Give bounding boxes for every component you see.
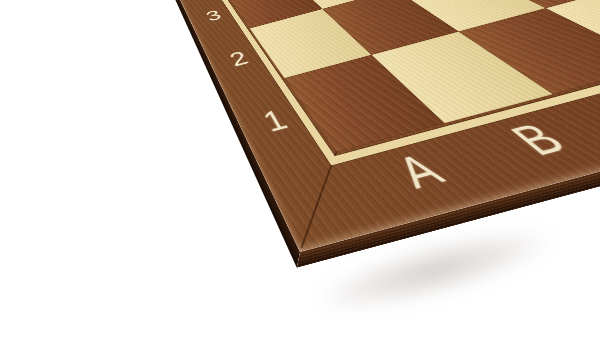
photo-canvas: 12345678ABCDEFGH [0, 0, 600, 360]
board-scene: 12345678ABCDEFGH [0, 0, 600, 360]
